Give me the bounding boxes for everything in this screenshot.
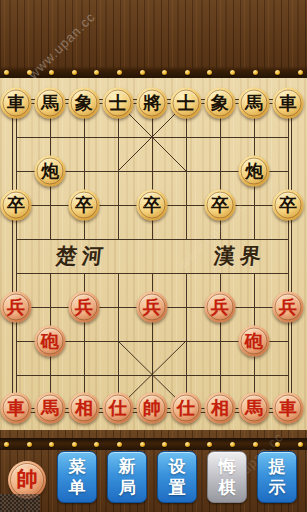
piece-label: 馬 <box>245 94 263 112</box>
piece-label: 卒 <box>75 196 93 214</box>
piece-label: 兵 <box>143 298 161 316</box>
button-label: 新 <box>119 456 136 477</box>
piece-red-soldier[interactable]: 兵 <box>273 292 304 323</box>
rivet-dot <box>49 70 54 75</box>
hint-button[interactable]: 提示 <box>257 451 297 503</box>
watermark-noise <box>0 494 40 512</box>
rivet-strip-bottom <box>0 438 307 450</box>
piece-label: 將 <box>143 94 161 112</box>
menu-button[interactable]: 菜单 <box>57 451 97 503</box>
piece-label: 帥 <box>143 399 161 417</box>
piece-black-advisor[interactable]: 士 <box>171 88 202 119</box>
rivet-dot <box>207 442 212 447</box>
rivet-dot <box>72 442 77 447</box>
piece-red-chariot[interactable]: 車 <box>273 393 304 424</box>
piece-black-horse[interactable]: 馬 <box>239 88 270 119</box>
rivet-dot <box>298 70 303 75</box>
piece-label: 卒 <box>211 196 229 214</box>
rivet-dot <box>207 70 212 75</box>
top-frame <box>0 0 307 78</box>
piece-red-general[interactable]: 帥 <box>137 393 168 424</box>
river-label-left: 楚河 <box>55 242 110 270</box>
piece-label: 車 <box>279 94 297 112</box>
button-label: 菜 <box>69 456 86 477</box>
piece-black-cannon[interactable]: 炮 <box>239 156 270 187</box>
piece-red-soldier[interactable]: 兵 <box>205 292 236 323</box>
piece-black-soldier[interactable]: 卒 <box>273 190 304 221</box>
turn-indicator-label: 帥 <box>17 469 38 490</box>
piece-label: 車 <box>279 399 297 417</box>
rivet-dot <box>275 442 280 447</box>
piece-label: 象 <box>75 94 93 112</box>
rivet-dot <box>253 442 258 447</box>
piece-label: 士 <box>177 94 195 112</box>
piece-label: 兵 <box>279 298 297 316</box>
button-label: 单 <box>69 477 86 498</box>
settings-button[interactable]: 设置 <box>157 451 197 503</box>
new-game-button[interactable]: 新局 <box>107 451 147 503</box>
rivet-dot <box>117 70 122 75</box>
piece-label: 卒 <box>143 196 161 214</box>
piece-black-advisor[interactable]: 士 <box>103 88 134 119</box>
rivet-dot <box>117 442 122 447</box>
piece-black-soldier[interactable]: 卒 <box>1 190 32 221</box>
piece-red-cannon[interactable]: 砲 <box>239 326 270 357</box>
piece-label: 士 <box>109 94 127 112</box>
piece-label: 仕 <box>109 399 127 417</box>
piece-red-cannon[interactable]: 砲 <box>35 326 66 357</box>
river-label-right: 漢界 <box>213 242 268 270</box>
button-label: 局 <box>119 477 136 498</box>
piece-red-chariot[interactable]: 車 <box>1 393 32 424</box>
rivet-dot <box>27 442 32 447</box>
button-label: 提 <box>269 456 286 477</box>
piece-label: 砲 <box>41 332 59 350</box>
piece-black-chariot[interactable]: 車 <box>273 88 304 119</box>
button-label: 设 <box>169 456 186 477</box>
piece-black-general[interactable]: 將 <box>137 88 168 119</box>
rivet-dot <box>185 442 190 447</box>
xiangqi-app: 楚河 漢界 www.upan.cc 車馬象士將士象馬車炮炮卒卒卒卒卒兵兵兵兵兵砲… <box>0 0 307 512</box>
piece-label: 仕 <box>177 399 195 417</box>
piece-label: 馬 <box>245 399 263 417</box>
rivet-dot <box>140 442 145 447</box>
piece-label: 馬 <box>41 399 59 417</box>
piece-label: 車 <box>7 399 25 417</box>
rivet-dot <box>4 70 9 75</box>
piece-black-horse[interactable]: 馬 <box>35 88 66 119</box>
piece-label: 卒 <box>7 196 25 214</box>
piece-label: 兵 <box>75 298 93 316</box>
piece-label: 象 <box>211 94 229 112</box>
piece-red-elephant[interactable]: 相 <box>205 393 236 424</box>
piece-label: 相 <box>75 399 93 417</box>
piece-black-soldier[interactable]: 卒 <box>137 190 168 221</box>
button-label: 示 <box>269 477 286 498</box>
rivet-dot <box>94 70 99 75</box>
piece-black-cannon[interactable]: 炮 <box>35 156 66 187</box>
piece-label: 車 <box>7 94 25 112</box>
piece-red-horse[interactable]: 馬 <box>239 393 270 424</box>
rivet-dot <box>162 70 167 75</box>
button-label: 棋 <box>219 477 236 498</box>
rivet-dot <box>253 70 258 75</box>
button-label: 置 <box>169 477 186 498</box>
piece-black-soldier[interactable]: 卒 <box>205 190 236 221</box>
rivet-dot <box>72 70 77 75</box>
button-label: 悔 <box>219 456 236 477</box>
rivet-dot <box>162 442 167 447</box>
piece-red-soldier[interactable]: 兵 <box>137 292 168 323</box>
rivet-dot <box>140 70 145 75</box>
rivet-dot <box>94 442 99 447</box>
piece-black-elephant[interactable]: 象 <box>205 88 236 119</box>
rivet-dot <box>185 70 190 75</box>
piece-red-soldier[interactable]: 兵 <box>69 292 100 323</box>
piece-label: 兵 <box>211 298 229 316</box>
undo-button[interactable]: 悔棋 <box>207 451 247 503</box>
rivet-dot <box>230 70 235 75</box>
board[interactable]: 楚河 漢界 www.upan.cc 車馬象士將士象馬車炮炮卒卒卒卒卒兵兵兵兵兵砲… <box>0 78 307 430</box>
rivet-dot <box>49 442 54 447</box>
piece-black-chariot[interactable]: 車 <box>1 88 32 119</box>
piece-black-elephant[interactable]: 象 <box>69 88 100 119</box>
piece-black-soldier[interactable]: 卒 <box>69 190 100 221</box>
rivet-dot <box>27 70 32 75</box>
piece-red-horse[interactable]: 馬 <box>35 393 66 424</box>
piece-label: 砲 <box>245 332 263 350</box>
rivet-dot <box>4 442 9 447</box>
rivet-dot <box>275 70 280 75</box>
piece-label: 馬 <box>41 94 59 112</box>
piece-label: 卒 <box>279 196 297 214</box>
piece-red-advisor[interactable]: 仕 <box>103 393 134 424</box>
piece-red-soldier[interactable]: 兵 <box>1 292 32 323</box>
rivet-strip-top <box>0 66 307 78</box>
rivet-dot <box>230 442 235 447</box>
rivet-dot <box>298 442 303 447</box>
piece-red-advisor[interactable]: 仕 <box>171 393 202 424</box>
piece-label: 炮 <box>41 162 59 180</box>
piece-label: 兵 <box>7 298 25 316</box>
piece-label: 炮 <box>245 162 263 180</box>
piece-label: 相 <box>211 399 229 417</box>
piece-red-elephant[interactable]: 相 <box>69 393 100 424</box>
